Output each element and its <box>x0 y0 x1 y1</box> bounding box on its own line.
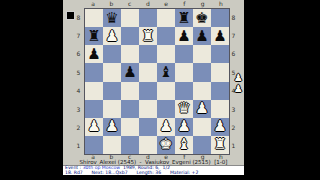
square-c4[interactable] <box>121 82 139 100</box>
file-labels-top: abcdefgh <box>84 0 230 8</box>
file-label-e: e <box>157 0 175 8</box>
square-h4[interactable] <box>211 82 229 100</box>
square-h2[interactable]: ♟ <box>211 118 229 136</box>
rank-label-3: 3 <box>230 100 237 118</box>
game-info-footer: Event : 30th op Moscow 1989, Round: 6, 1… <box>63 165 244 175</box>
square-d8[interactable] <box>139 9 157 27</box>
square-f7[interactable]: ♟ <box>175 27 193 45</box>
piece-black-bishop: ♝ <box>159 65 172 80</box>
material-white-pawn-icon: ♟ <box>234 84 243 94</box>
rank-label-3: 3 <box>75 100 82 118</box>
square-f2[interactable]: ♟ <box>175 118 193 136</box>
rank-label-2: 2 <box>230 118 237 136</box>
square-d7[interactable]: ♜ <box>139 27 157 45</box>
piece-black-queen: ♛ <box>105 11 118 26</box>
piece-black-pawn: ♟ <box>87 47 100 62</box>
file-label-c: c <box>121 0 139 8</box>
rank-label-6: 6 <box>230 45 237 63</box>
rank-labels-left: 87654321 <box>75 8 82 155</box>
square-a6[interactable]: ♟ <box>85 45 103 63</box>
square-e1[interactable]: ♚ <box>157 136 175 154</box>
rank-label-8: 8 <box>75 8 82 26</box>
move-status-line: 18. Rd7 Next: 18...Qxb7 Length: 36 Mater… <box>65 171 242 176</box>
square-a2[interactable]: ♟ <box>85 118 103 136</box>
square-h8[interactable] <box>211 9 229 27</box>
piece-white-pawn: ♟ <box>159 119 172 134</box>
square-e5[interactable]: ♝ <box>157 63 175 81</box>
piece-white-pawn: ♟ <box>105 119 118 134</box>
square-a1[interactable] <box>85 136 103 154</box>
file-label-d: d <box>139 0 157 8</box>
square-f5[interactable] <box>175 63 193 81</box>
square-e7[interactable] <box>157 27 175 45</box>
square-b1[interactable] <box>103 136 121 154</box>
rank-label-1: 1 <box>75 137 82 155</box>
square-e2[interactable]: ♟ <box>157 118 175 136</box>
piece-white-pawn: ♟ <box>87 119 100 134</box>
square-b6[interactable] <box>103 45 121 63</box>
file-label-h: h <box>212 0 230 8</box>
piece-white-rook: ♜ <box>141 29 154 44</box>
square-h6[interactable] <box>211 45 229 63</box>
square-c3[interactable] <box>121 100 139 118</box>
rank-label-8: 8 <box>230 8 237 26</box>
square-g1[interactable] <box>193 136 211 154</box>
square-f6[interactable] <box>175 45 193 63</box>
piece-white-pawn: ♟ <box>105 29 118 44</box>
square-g6[interactable] <box>193 45 211 63</box>
square-e6[interactable] <box>157 45 175 63</box>
square-b7[interactable]: ♟ <box>103 27 121 45</box>
square-c2[interactable] <box>121 118 139 136</box>
file-label-g: g <box>194 0 212 8</box>
square-g4[interactable] <box>193 82 211 100</box>
square-h7[interactable]: ♟ <box>211 27 229 45</box>
square-a7[interactable]: ♜ <box>85 27 103 45</box>
square-a5[interactable] <box>85 63 103 81</box>
square-b3[interactable] <box>103 100 121 118</box>
square-h5[interactable] <box>211 63 229 81</box>
rank-label-7: 7 <box>230 26 237 44</box>
square-g3[interactable]: ♟ <box>193 100 211 118</box>
square-f4[interactable] <box>175 82 193 100</box>
square-a4[interactable] <box>85 82 103 100</box>
material-white-pawn-icon: ♟ <box>234 73 243 83</box>
piece-white-pawn: ♟ <box>213 119 226 134</box>
file-label-b: b <box>102 0 120 8</box>
file-label-a: a <box>84 0 102 8</box>
side-to-move-indicator-black <box>66 11 75 20</box>
captured-material-tray: ♟♟ <box>233 73 244 94</box>
square-a3[interactable] <box>85 100 103 118</box>
square-f1[interactable]: ♝ <box>175 136 193 154</box>
rank-label-5: 5 <box>75 63 82 81</box>
file-label-f: f <box>175 0 193 8</box>
square-g5[interactable] <box>193 63 211 81</box>
square-b5[interactable] <box>103 63 121 81</box>
square-c5[interactable]: ♟ <box>121 63 139 81</box>
square-b8[interactable]: ♛ <box>103 9 121 27</box>
square-g7[interactable]: ♟ <box>193 27 211 45</box>
square-h3[interactable] <box>211 100 229 118</box>
rank-label-2: 2 <box>75 118 82 136</box>
piece-black-rook: ♜ <box>87 29 100 44</box>
rank-label-1: 1 <box>230 137 237 155</box>
square-b2[interactable]: ♟ <box>103 118 121 136</box>
piece-black-pawn: ♟ <box>123 65 136 80</box>
square-a8[interactable] <box>85 9 103 27</box>
square-b4[interactable] <box>103 82 121 100</box>
rank-label-4: 4 <box>75 82 82 100</box>
square-c1[interactable] <box>121 136 139 154</box>
square-e8[interactable] <box>157 9 175 27</box>
square-g2[interactable] <box>193 118 211 136</box>
square-e4[interactable] <box>157 82 175 100</box>
square-c6[interactable] <box>121 45 139 63</box>
piece-black-pawn: ♟ <box>177 29 190 44</box>
rank-label-7: 7 <box>75 26 82 44</box>
square-f8[interactable]: ♜ <box>175 9 193 27</box>
rank-label-6: 6 <box>75 45 82 63</box>
piece-white-king: ♚ <box>159 137 172 152</box>
square-e3[interactable] <box>157 100 175 118</box>
piece-white-bishop: ♝ <box>177 137 190 152</box>
chess-gui-panel: abcdefgh abcdefgh 87654321 87654321 ♛♜♚♜… <box>63 0 244 175</box>
square-d3[interactable] <box>139 100 157 118</box>
piece-black-pawn: ♟ <box>213 29 226 44</box>
piece-white-pawn: ♟ <box>177 119 190 134</box>
piece-black-king: ♚ <box>195 11 208 26</box>
square-d6[interactable] <box>139 45 157 63</box>
chessboard: ♛♜♚♜♟♜♟♟♟♟♟♝♛♟♟♟♟♟♟♚♝♜ <box>84 8 230 155</box>
square-g8[interactable]: ♚ <box>193 9 211 27</box>
piece-white-rook: ♜ <box>213 137 226 152</box>
square-h1[interactable]: ♜ <box>211 136 229 154</box>
square-d1[interactable] <box>139 136 157 154</box>
square-d5[interactable] <box>139 63 157 81</box>
square-c8[interactable] <box>121 9 139 27</box>
piece-white-queen: ♛ <box>177 101 190 116</box>
square-f3[interactable]: ♛ <box>175 100 193 118</box>
piece-white-pawn: ♟ <box>195 101 208 116</box>
square-c7[interactable] <box>121 27 139 45</box>
piece-black-rook: ♜ <box>177 11 190 26</box>
square-d4[interactable] <box>139 82 157 100</box>
piece-black-pawn: ♟ <box>195 29 208 44</box>
square-d2[interactable] <box>139 118 157 136</box>
